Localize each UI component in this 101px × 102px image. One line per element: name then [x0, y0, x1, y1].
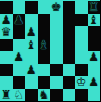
square-h3[interactable] — [88, 64, 101, 77]
square-d3[interactable] — [38, 64, 51, 77]
square-e5[interactable] — [50, 39, 63, 52]
square-a3[interactable] — [0, 64, 13, 77]
square-d8[interactable] — [38, 1, 51, 14]
chess-board-screenshot: ♚♜♟♟♝♛♟♝♝♟♟♟♔♟♜♘♞ — [0, 0, 100, 101]
square-h4[interactable]: ♟ — [88, 51, 101, 64]
piece-black-pawn-a7[interactable]: ♟ — [1, 14, 12, 26]
square-c3[interactable]: ♟ — [25, 64, 38, 77]
square-c8[interactable] — [25, 1, 38, 14]
square-e2[interactable] — [50, 76, 63, 89]
square-e4[interactable] — [50, 51, 63, 64]
square-b2[interactable] — [13, 76, 26, 89]
piece-black-bishop-c5[interactable]: ♝ — [26, 39, 37, 51]
square-g4[interactable] — [75, 51, 88, 64]
square-f6[interactable] — [63, 26, 76, 39]
square-d6[interactable] — [38, 26, 51, 39]
piece-black-pawn-c3[interactable]: ♟ — [26, 64, 37, 76]
square-e6[interactable] — [50, 26, 63, 39]
piece-black-rook-a1[interactable]: ♜ — [1, 89, 12, 101]
chess-board: ♚♜♟♟♝♛♟♝♝♟♟♟♔♟♜♘♞ — [0, 0, 100, 101]
square-g8[interactable] — [75, 1, 88, 14]
square-a4[interactable] — [0, 51, 13, 64]
piece-black-pawn-h2[interactable]: ♟ — [88, 76, 99, 88]
square-f1[interactable] — [63, 89, 76, 102]
square-d4[interactable] — [38, 51, 51, 64]
piece-black-queen-a6[interactable]: ♛ — [1, 26, 12, 38]
square-d1[interactable]: ♞ — [38, 89, 51, 102]
square-h2[interactable]: ♟ — [88, 76, 101, 89]
piece-black-knight-d1[interactable]: ♞ — [38, 89, 49, 101]
square-h7[interactable]: ♝ — [88, 14, 101, 27]
piece-black-pawn-b4[interactable]: ♟ — [13, 51, 24, 63]
square-f2[interactable] — [63, 76, 76, 89]
square-c4[interactable] — [25, 51, 38, 64]
square-b1[interactable]: ♘ — [13, 89, 26, 102]
square-f5[interactable] — [63, 39, 76, 52]
square-d5[interactable]: ♝ — [38, 39, 51, 52]
square-a2[interactable] — [0, 76, 13, 89]
piece-black-bishop-d5[interactable]: ♝ — [38, 39, 49, 51]
square-f4[interactable] — [63, 51, 76, 64]
square-a6[interactable]: ♛ — [0, 26, 13, 39]
square-g1[interactable] — [75, 89, 88, 102]
square-h5[interactable] — [88, 39, 101, 52]
square-e8[interactable]: ♚ — [50, 1, 63, 14]
square-a7[interactable]: ♟ — [0, 14, 13, 27]
square-b6[interactable] — [13, 26, 26, 39]
square-a8[interactable] — [0, 1, 13, 14]
piece-black-pawn-c6[interactable]: ♟ — [26, 26, 37, 38]
square-c6[interactable]: ♟ — [25, 26, 38, 39]
square-g6[interactable] — [75, 26, 88, 39]
square-g2[interactable]: ♔ — [75, 76, 88, 89]
square-a5[interactable] — [0, 39, 13, 52]
square-e7[interactable] — [50, 14, 63, 27]
square-b4[interactable]: ♟ — [13, 51, 26, 64]
square-h1[interactable] — [88, 89, 101, 102]
piece-black-pawn-b7[interactable]: ♟ — [13, 14, 24, 26]
piece-white-knight-b1[interactable]: ♘ — [13, 89, 24, 101]
square-b5[interactable] — [13, 39, 26, 52]
square-g7[interactable] — [75, 14, 88, 27]
piece-black-rook-h8[interactable]: ♜ — [88, 1, 99, 13]
square-g3[interactable] — [75, 64, 88, 77]
square-c1[interactable] — [25, 89, 38, 102]
square-b3[interactable] — [13, 64, 26, 77]
square-a1[interactable]: ♜ — [0, 89, 13, 102]
square-c2[interactable] — [25, 76, 38, 89]
square-f7[interactable] — [63, 14, 76, 27]
piece-black-king-e8[interactable]: ♚ — [51, 1, 62, 13]
square-d2[interactable] — [38, 76, 51, 89]
square-g5[interactable] — [75, 39, 88, 52]
piece-black-bishop-h7[interactable]: ♝ — [88, 14, 99, 26]
square-d7[interactable] — [38, 14, 51, 27]
square-h8[interactable]: ♜ — [88, 1, 101, 14]
square-b8[interactable] — [13, 1, 26, 14]
square-c7[interactable] — [25, 14, 38, 27]
square-f8[interactable] — [63, 1, 76, 14]
square-h6[interactable] — [88, 26, 101, 39]
square-f3[interactable] — [63, 64, 76, 77]
square-e3[interactable] — [50, 64, 63, 77]
square-b7[interactable]: ♟ — [13, 14, 26, 27]
piece-white-king-g2[interactable]: ♔ — [76, 76, 87, 88]
square-e1[interactable] — [50, 89, 63, 102]
piece-black-pawn-h4[interactable]: ♟ — [88, 51, 99, 63]
square-c5[interactable]: ♝ — [25, 39, 38, 52]
